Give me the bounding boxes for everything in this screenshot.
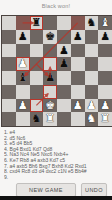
square-e2[interactable] xyxy=(57,99,71,113)
piece-white-pawn-h2: ♟ xyxy=(100,99,110,113)
piece-white-pawn-b2: ♟ xyxy=(18,99,28,113)
square-b6[interactable] xyxy=(16,44,30,58)
new-game-button[interactable]: NEW GAME xyxy=(16,183,76,197)
square-e1[interactable] xyxy=(57,112,71,126)
square-g8[interactable]: ♞ xyxy=(85,16,99,30)
square-c7[interactable] xyxy=(30,30,44,44)
piece-black-pawn-e5: ♟ xyxy=(59,57,69,71)
piece-black-pawn-d4: ♟ xyxy=(45,71,55,85)
move-list: 1. e42. d5 Nc63. e5 d4 Bb54. Bg4 Bxd1 Kd… xyxy=(4,130,108,180)
piece-black-pawn-e6: ♟ xyxy=(59,44,69,58)
square-b1[interactable] xyxy=(16,112,30,126)
square-a1[interactable] xyxy=(2,112,16,126)
square-g7[interactable] xyxy=(85,30,99,44)
square-g4[interactable] xyxy=(85,71,99,85)
piece-black-rook-c8: ♜ xyxy=(31,16,41,30)
square-d2[interactable]: ♚ xyxy=(43,99,57,113)
square-f7[interactable]: ♟ xyxy=(71,30,85,44)
piece-white-rook-h1: ♜ xyxy=(100,112,110,126)
square-e5[interactable]: ♟ xyxy=(57,57,71,71)
square-a8[interactable] xyxy=(2,16,16,30)
app-screen: Black won! ♜♞♝♟♚♟♟♟♟♟♝♟♟♚♟♟♟♞♜♞♜ 1. e42.… xyxy=(0,0,112,200)
square-f2[interactable]: ♟ xyxy=(71,99,85,113)
square-g3[interactable] xyxy=(85,85,99,99)
square-g1[interactable]: ♞ xyxy=(85,112,99,126)
square-h8[interactable]: ♝ xyxy=(98,16,112,30)
piece-black-king-d7: ♚ xyxy=(45,30,55,44)
square-b4[interactable]: ♝ xyxy=(16,71,30,85)
square-e6[interactable]: ♟ xyxy=(57,44,71,58)
square-f3[interactable] xyxy=(71,85,85,99)
piece-white-pawn-f2: ♟ xyxy=(73,99,83,113)
square-b2[interactable]: ♟ xyxy=(16,99,30,113)
square-c1[interactable]: ♞ xyxy=(30,112,44,126)
square-h1[interactable]: ♜ xyxy=(98,112,112,126)
piece-black-knight-c1: ♞ xyxy=(31,112,41,126)
square-h2[interactable]: ♟ xyxy=(98,99,112,113)
square-a7[interactable] xyxy=(2,30,16,44)
square-d4[interactable]: ♟ xyxy=(43,71,57,85)
square-a3[interactable] xyxy=(2,85,16,99)
square-a2[interactable] xyxy=(2,99,16,113)
square-h4[interactable] xyxy=(98,71,112,85)
square-d3[interactable] xyxy=(43,85,57,99)
square-d8[interactable] xyxy=(43,16,57,30)
square-f6[interactable] xyxy=(71,44,85,58)
square-e3[interactable] xyxy=(57,85,71,99)
piece-white-pawn-g2: ♟ xyxy=(86,99,96,113)
square-g2[interactable]: ♟ xyxy=(85,99,99,113)
square-g5[interactable] xyxy=(85,57,99,71)
chess-board: ♜♞♝♟♚♟♟♟♟♟♝♟♟♚♟♟♟♞♜♞♜ xyxy=(2,16,112,126)
square-e7[interactable] xyxy=(57,30,71,44)
move-line-9: 9. xyxy=(4,175,108,181)
square-a5[interactable] xyxy=(2,57,16,71)
chess-board-frame: ♜♞♝♟♚♟♟♟♟♟♝♟♟♚♟♟♟♞♜♞♜ xyxy=(1,15,112,127)
square-d1[interactable]: ♜ xyxy=(43,112,57,126)
square-f1[interactable] xyxy=(71,112,85,126)
square-a4[interactable] xyxy=(2,71,16,85)
piece-white-bishop-h8: ♝ xyxy=(100,16,110,30)
square-f8[interactable] xyxy=(71,16,85,30)
game-status-text: Black won! xyxy=(0,3,112,9)
square-c4[interactable] xyxy=(30,71,44,85)
android-nav-bar xyxy=(0,196,112,200)
square-e4[interactable] xyxy=(57,71,71,85)
square-h5[interactable] xyxy=(98,57,112,71)
square-e8[interactable] xyxy=(57,16,71,30)
piece-white-pawn-b5: ♟ xyxy=(18,57,28,71)
square-c8[interactable]: ♜ xyxy=(30,16,44,30)
square-d5[interactable] xyxy=(43,57,57,71)
square-c6[interactable] xyxy=(30,44,44,58)
square-b8[interactable] xyxy=(16,16,30,30)
undo-button[interactable]: UNDO xyxy=(81,183,107,197)
piece-black-bishop-b4: ♝ xyxy=(18,71,28,85)
square-h7[interactable]: ♟ xyxy=(98,30,112,44)
piece-white-rook-d1: ♜ xyxy=(45,112,55,126)
piece-black-pawn-f7: ♟ xyxy=(73,30,83,44)
square-d7[interactable]: ♚ xyxy=(43,30,57,44)
square-c3[interactable] xyxy=(30,85,44,99)
square-f5[interactable] xyxy=(71,57,85,71)
controls-bar: NEW GAME UNDO xyxy=(0,183,112,197)
piece-black-pawn-h7: ♟ xyxy=(100,30,110,44)
square-d6[interactable] xyxy=(43,44,57,58)
square-f4[interactable] xyxy=(71,71,85,85)
square-h6[interactable] xyxy=(98,44,112,58)
piece-black-pawn-b7: ♟ xyxy=(18,30,28,44)
piece-white-king-d2: ♚ xyxy=(45,99,55,113)
square-h3[interactable] xyxy=(98,85,112,99)
square-g6[interactable] xyxy=(85,44,99,58)
square-a6[interactable] xyxy=(2,44,16,58)
square-c2[interactable] xyxy=(30,99,44,113)
piece-black-knight-g8: ♞ xyxy=(86,16,96,30)
square-c5[interactable] xyxy=(30,57,44,71)
square-b7[interactable]: ♟ xyxy=(16,30,30,44)
piece-white-knight-g1: ♞ xyxy=(86,112,96,126)
square-b3[interactable] xyxy=(16,85,30,99)
square-b5[interactable]: ♟ xyxy=(16,57,30,71)
